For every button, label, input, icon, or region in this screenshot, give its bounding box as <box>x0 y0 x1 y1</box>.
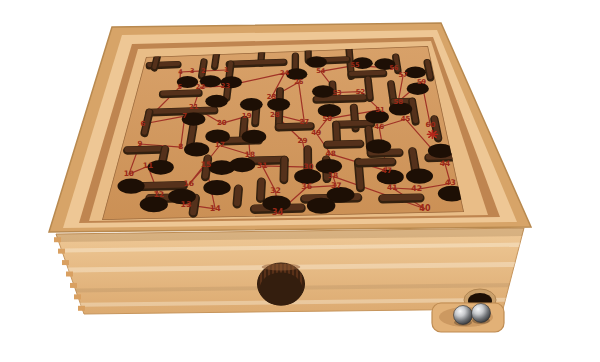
hole <box>203 180 230 195</box>
hole <box>242 130 267 144</box>
wall-segment-top <box>163 92 199 93</box>
checkpoint-number: 45 <box>401 115 411 123</box>
labyrinth-board-svg: 1234567891011121314151617181920212223242… <box>0 0 600 362</box>
checkpoint-number: 41 <box>387 183 398 192</box>
wall-segment-top <box>336 123 371 124</box>
checkpoint-number: 48 <box>326 149 336 158</box>
hole <box>117 178 144 193</box>
checkpoint-number: 31 <box>257 161 267 170</box>
checkpoint-number: 4 <box>178 68 183 76</box>
checkpoint-number: 17 <box>215 140 225 149</box>
checkpoint-number: 60 <box>425 120 435 129</box>
checkpoint-number: 23 <box>221 82 231 90</box>
wall-segment-top <box>383 197 420 198</box>
finger-joint <box>78 306 85 311</box>
hole <box>229 157 255 172</box>
steel-ball[interactable] <box>472 304 491 323</box>
checkpoint-number: 6 <box>140 120 145 128</box>
wall-segment-top <box>336 124 337 140</box>
checkpoint-number: 51 <box>375 106 385 114</box>
checkpoint-number: 2 <box>201 67 206 75</box>
checkpoint-number: 11 <box>143 161 153 170</box>
hole <box>405 66 426 78</box>
checkpoint-number: 47 <box>381 166 392 175</box>
checkpoint-number: 16 <box>184 179 195 188</box>
wall-segment-top <box>427 62 430 77</box>
knob-highlight <box>262 264 301 271</box>
checkpoint-number: 37 <box>331 181 342 190</box>
hole <box>366 139 391 153</box>
wall-segment-top <box>190 126 193 144</box>
checkpoint-number: 24 <box>280 69 290 77</box>
wall-segment-top <box>412 151 415 172</box>
checkpoint-number: 28 <box>270 111 280 119</box>
checkpoint-number: 29 <box>297 136 307 145</box>
checkpoint-number: 32 <box>270 186 281 195</box>
checkpoint-number: 58 <box>393 98 403 106</box>
finger-joint <box>62 260 69 265</box>
finger-joint <box>74 294 81 299</box>
checkpoint-number: 44 <box>440 159 450 168</box>
checkpoint-number: 34 <box>272 208 284 217</box>
checkpoint-number: 7 <box>182 112 187 120</box>
checkpoint-number: 36 <box>301 182 312 191</box>
checkpoint-number: 13 <box>180 200 191 209</box>
checkpoint-number: 18 <box>245 150 255 159</box>
hole <box>306 56 327 68</box>
checkpoint-number: 9 <box>137 139 142 148</box>
checkpoint-number: 38 <box>328 171 339 180</box>
checkpoint-number: 26 <box>294 78 304 86</box>
finger-joint <box>54 237 61 242</box>
checkpoint-number: 20 <box>217 119 227 127</box>
wall-segment-top <box>127 149 160 150</box>
checkpoint-number: 10 <box>124 169 134 178</box>
checkpoint-number: 8 <box>178 142 183 151</box>
wall-segment-top <box>412 101 415 121</box>
checkpoint-number: 14 <box>210 204 221 213</box>
checkpoint-number: 30 <box>303 162 313 171</box>
labyrinth-game-photo: 1234567891011121314151617181920212223242… <box>0 0 600 362</box>
tilt-knob[interactable] <box>258 263 305 306</box>
hole <box>240 98 263 111</box>
wall-segment-top <box>251 159 284 160</box>
wall-segment-top <box>260 181 261 197</box>
wall-segment-top <box>351 73 383 74</box>
wall-segment-top <box>215 53 217 65</box>
checkpoint-number: 50 <box>322 115 332 123</box>
wall-segment-top <box>368 79 370 97</box>
hole <box>307 198 335 214</box>
checkpoint-number: 59 <box>417 78 427 86</box>
checkpoint-number: 42 <box>411 184 422 193</box>
steel-ball[interactable] <box>454 306 473 325</box>
checkpoint-number: 57 <box>399 71 409 79</box>
checkpoint-number: 19 <box>242 112 252 120</box>
checkpoint-number: 55 <box>351 61 361 69</box>
maze-surface[interactable]: 1234567891011121314151617181920212223242… <box>102 46 466 220</box>
checkpoint-number: 27 <box>299 118 309 126</box>
finger-joint <box>66 272 73 277</box>
checkpoint-number: 49 <box>311 128 321 137</box>
checkpoint-number: 25 <box>267 93 277 101</box>
checkpoint-number: 12 <box>153 190 164 199</box>
finger-joint <box>58 249 65 254</box>
knob-face <box>260 273 303 306</box>
wall-segment-top <box>358 161 392 162</box>
checkpoint-number: 15 <box>201 160 211 169</box>
wall-segment-top <box>327 143 360 144</box>
checkpoint-number: 43 <box>445 178 456 187</box>
checkpoint-number: 22 <box>196 83 206 91</box>
wall-segment-top <box>229 61 284 63</box>
hole <box>205 95 228 108</box>
checkpoint-number: 53 <box>332 89 342 97</box>
checkpoint-number: 52 <box>356 88 366 96</box>
wall-segment-top <box>154 56 157 67</box>
checkpoint-number: 54 <box>316 67 326 75</box>
checkpoint-number: 46 <box>374 122 384 131</box>
finish-star <box>427 130 437 138</box>
checkpoint-number: 3 <box>190 67 195 75</box>
checkpoint-number: 40 <box>419 204 431 213</box>
checkpoint-number: 1 <box>224 66 229 74</box>
hole <box>406 169 433 184</box>
hole <box>312 85 334 97</box>
checkpoint-number: 21 <box>189 103 199 111</box>
checkpoint-number: 56 <box>389 64 399 72</box>
finger-joint <box>70 283 77 288</box>
hole <box>184 142 209 156</box>
checkpoint-number: 5 <box>177 83 182 91</box>
wall-segment-top <box>237 188 238 203</box>
